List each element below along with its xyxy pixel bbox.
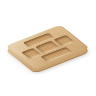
tray-top bbox=[5, 24, 90, 70]
photo-scene bbox=[0, 0, 96, 96]
